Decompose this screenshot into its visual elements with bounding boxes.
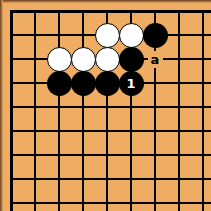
white-stone	[119, 23, 144, 48]
go-board-diagram: a1	[0, 0, 211, 211]
board-edge-bevel-top	[0, 0, 211, 3]
black-stone	[119, 47, 144, 72]
black-stone	[47, 71, 72, 96]
white-stone	[95, 23, 120, 48]
black-stone-move-1: 1	[119, 71, 144, 96]
white-stone	[47, 47, 72, 72]
point-label-a: a	[148, 51, 163, 68]
stones-layer: a1	[0, 0, 211, 211]
board-edge-bevel-left	[0, 0, 3, 211]
move-number-label: 1	[126, 76, 135, 89]
black-stone	[95, 71, 120, 96]
white-stone	[71, 47, 96, 72]
white-stone	[95, 47, 120, 72]
black-stone	[143, 23, 168, 48]
black-stone	[71, 71, 96, 96]
